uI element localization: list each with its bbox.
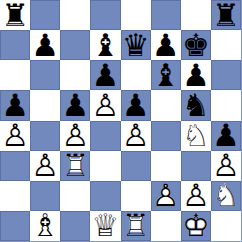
piece-white-pawn[interactable]: ♟♙ <box>90 90 120 120</box>
piece-white-pawn[interactable]: ♟♙ <box>151 181 181 211</box>
piece-black-queen[interactable]: ♛ <box>121 30 151 60</box>
square-g1[interactable]: ♚♔ <box>181 211 211 241</box>
square-b1[interactable]: ♝♗ <box>30 211 60 241</box>
piece-outline: ♖ <box>121 211 151 241</box>
square-d1[interactable]: ♛♕ <box>90 211 120 241</box>
square-e8[interactable] <box>121 0 151 30</box>
square-b6[interactable] <box>30 60 60 90</box>
piece-body: ♟ <box>30 30 60 60</box>
piece-body: ♝ <box>90 30 120 60</box>
piece-white-pawn[interactable]: ♟♙ <box>30 151 60 181</box>
square-f4[interactable] <box>151 121 181 151</box>
square-h4[interactable]: ♟ <box>211 121 241 151</box>
square-f3[interactable] <box>151 151 181 181</box>
square-g7[interactable]: ♚ <box>181 30 211 60</box>
square-h1[interactable] <box>211 211 241 241</box>
chess-board: ♜♜♟♝♛♟♚♟♝♟♟♟♟♙♟♞♟♙♟♙♟♙♞♘♟♟♙♜♖♟♙♟♙♟♙♞♘♝♗♛… <box>0 0 242 242</box>
square-c1[interactable] <box>60 211 90 241</box>
piece-outline: ♙ <box>151 181 181 211</box>
square-g5[interactable]: ♞ <box>181 90 211 120</box>
square-b3[interactable]: ♟♙ <box>30 151 60 181</box>
square-d6[interactable]: ♟ <box>90 60 120 90</box>
square-f1[interactable] <box>151 211 181 241</box>
piece-body: ♟ <box>121 90 151 120</box>
square-g8[interactable] <box>181 0 211 30</box>
piece-outline: ♙ <box>0 121 30 151</box>
piece-body: ♟ <box>0 90 30 120</box>
piece-body: ♜ <box>0 0 30 30</box>
piece-black-pawn[interactable]: ♟ <box>60 90 90 120</box>
square-a1[interactable] <box>0 211 30 241</box>
square-e1[interactable]: ♜♖ <box>121 211 151 241</box>
square-f8[interactable] <box>151 0 181 30</box>
piece-white-pawn[interactable]: ♟♙ <box>181 181 211 211</box>
square-g4[interactable]: ♞♘ <box>181 121 211 151</box>
piece-body: ♟ <box>60 90 90 120</box>
piece-white-pawn[interactable]: ♟♙ <box>60 121 90 151</box>
piece-black-pawn[interactable]: ♟ <box>211 121 241 151</box>
square-c7[interactable] <box>60 30 90 60</box>
piece-outline: ♙ <box>30 151 60 181</box>
square-e2[interactable] <box>121 181 151 211</box>
piece-body: ♚ <box>181 30 211 60</box>
piece-body: ♟ <box>181 60 211 90</box>
square-d5[interactable]: ♟♙ <box>90 90 120 120</box>
square-c4[interactable]: ♟♙ <box>60 121 90 151</box>
piece-body: ♟ <box>211 121 241 151</box>
square-e3[interactable] <box>121 151 151 181</box>
piece-outline: ♙ <box>181 181 211 211</box>
square-d8[interactable] <box>90 0 120 30</box>
piece-outline: ♘ <box>211 181 241 211</box>
square-h8[interactable]: ♜ <box>211 0 241 30</box>
square-g3[interactable] <box>181 151 211 181</box>
square-h2[interactable]: ♞♘ <box>211 181 241 211</box>
piece-outline: ♙ <box>60 121 90 151</box>
square-f2[interactable]: ♟♙ <box>151 181 181 211</box>
piece-black-bishop[interactable]: ♝ <box>90 30 120 60</box>
piece-body: ♟ <box>151 30 181 60</box>
piece-black-pawn[interactable]: ♟ <box>181 60 211 90</box>
square-d7[interactable]: ♝ <box>90 30 120 60</box>
square-c3[interactable]: ♜♖ <box>60 151 90 181</box>
square-c2[interactable] <box>60 181 90 211</box>
square-c5[interactable]: ♟ <box>60 90 90 120</box>
square-b5[interactable] <box>30 90 60 120</box>
piece-white-pawn[interactable]: ♟♙ <box>121 121 151 151</box>
piece-white-queen[interactable]: ♛♕ <box>90 211 120 241</box>
square-a5[interactable]: ♟ <box>0 90 30 120</box>
square-e6[interactable] <box>121 60 151 90</box>
piece-black-knight[interactable]: ♞ <box>181 90 211 120</box>
square-b4[interactable] <box>30 121 60 151</box>
square-c8[interactable] <box>60 0 90 30</box>
square-d4[interactable] <box>90 121 120 151</box>
square-a6[interactable] <box>0 60 30 90</box>
square-b7[interactable]: ♟ <box>30 30 60 60</box>
square-a4[interactable]: ♟♙ <box>0 121 30 151</box>
piece-black-rook[interactable]: ♜ <box>211 0 241 30</box>
piece-outline: ♙ <box>211 151 241 181</box>
piece-body: ♜ <box>211 0 241 30</box>
piece-white-pawn[interactable]: ♟♙ <box>211 151 241 181</box>
piece-black-king[interactable]: ♚ <box>181 30 211 60</box>
square-b8[interactable] <box>30 0 60 30</box>
piece-black-bishop[interactable]: ♝ <box>151 60 181 90</box>
piece-outline: ♔ <box>181 211 211 241</box>
square-b2[interactable] <box>30 181 60 211</box>
square-f7[interactable]: ♟ <box>151 30 181 60</box>
square-h5[interactable] <box>211 90 241 120</box>
piece-outline: ♖ <box>60 151 90 181</box>
square-h6[interactable] <box>211 60 241 90</box>
piece-white-rook[interactable]: ♜♖ <box>121 211 151 241</box>
piece-black-pawn[interactable]: ♟ <box>90 60 120 90</box>
piece-white-pawn[interactable]: ♟♙ <box>0 121 30 151</box>
square-a8[interactable]: ♜ <box>0 0 30 30</box>
square-f6[interactable]: ♝ <box>151 60 181 90</box>
square-c6[interactable] <box>60 60 90 90</box>
square-e5[interactable]: ♟ <box>121 90 151 120</box>
piece-white-rook[interactable]: ♜♖ <box>60 151 90 181</box>
piece-body: ♛ <box>121 30 151 60</box>
piece-black-rook[interactable]: ♜ <box>0 0 30 30</box>
piece-white-bishop[interactable]: ♝♗ <box>30 211 60 241</box>
piece-outline: ♙ <box>121 121 151 151</box>
piece-body: ♞ <box>181 90 211 120</box>
square-g6[interactable]: ♟ <box>181 60 211 90</box>
piece-black-pawn[interactable]: ♟ <box>30 30 60 60</box>
piece-outline: ♗ <box>30 211 60 241</box>
piece-body: ♟ <box>90 60 120 90</box>
piece-white-king[interactable]: ♚♔ <box>181 211 211 241</box>
piece-black-pawn[interactable]: ♟ <box>151 30 181 60</box>
square-d2[interactable] <box>90 181 120 211</box>
piece-outline: ♙ <box>90 90 120 120</box>
piece-outline: ♕ <box>90 211 120 241</box>
square-d3[interactable] <box>90 151 120 181</box>
square-h3[interactable]: ♟♙ <box>211 151 241 181</box>
piece-white-knight[interactable]: ♞♘ <box>211 181 241 211</box>
square-e7[interactable]: ♛ <box>121 30 151 60</box>
square-e4[interactable]: ♟♙ <box>121 121 151 151</box>
square-a3[interactable] <box>0 151 30 181</box>
square-a2[interactable] <box>0 181 30 211</box>
square-a7[interactable] <box>0 30 30 60</box>
square-f5[interactable] <box>151 90 181 120</box>
piece-outline: ♘ <box>181 121 211 151</box>
piece-body: ♝ <box>151 60 181 90</box>
piece-black-pawn[interactable]: ♟ <box>0 90 30 120</box>
piece-white-knight[interactable]: ♞♘ <box>181 121 211 151</box>
piece-black-pawn[interactable]: ♟ <box>121 90 151 120</box>
square-g2[interactable]: ♟♙ <box>181 181 211 211</box>
square-h7[interactable] <box>211 30 241 60</box>
